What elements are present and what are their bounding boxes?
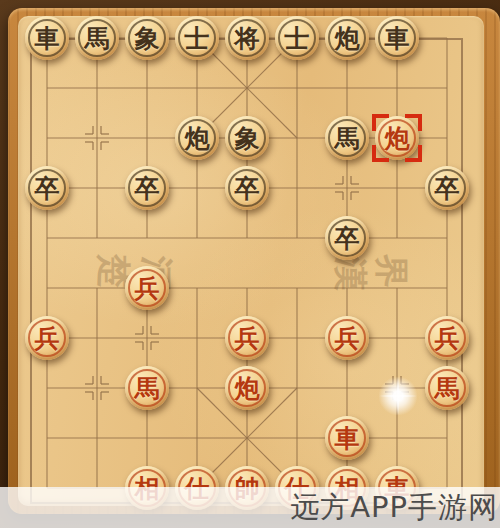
piece-ring	[228, 169, 266, 207]
piece-ring	[228, 119, 266, 157]
piece-black-soldier[interactable]: 卒	[425, 166, 469, 210]
piece-glyph: 卒	[235, 176, 260, 201]
piece-black-horse[interactable]: 馬	[325, 116, 369, 160]
piece-black-advisor[interactable]: 士	[175, 16, 219, 60]
piece-ring	[128, 19, 166, 57]
piece-glyph: 卒	[35, 176, 60, 201]
piece-ring	[278, 19, 316, 57]
piece-ring	[328, 219, 366, 257]
piece-ring	[228, 19, 266, 57]
piece-red-soldier[interactable]: 兵	[25, 316, 69, 360]
piece-glyph: 象	[135, 26, 160, 51]
piece-ring	[328, 119, 366, 157]
watermark-text: 远方APP手游网	[0, 487, 500, 528]
piece-glyph: 馬	[85, 26, 110, 51]
piece-red-soldier[interactable]: 兵	[125, 266, 169, 310]
piece-ring	[28, 19, 66, 57]
piece-ring	[128, 269, 166, 307]
piece-glyph: 兵	[35, 326, 60, 351]
piece-glyph: 士	[185, 26, 210, 51]
piece-glyph: 兵	[335, 326, 360, 351]
watermark-bar: 远方APP手游网	[0, 487, 500, 528]
piece-red-soldier[interactable]: 兵	[425, 316, 469, 360]
piece-glyph: 炮	[235, 376, 260, 401]
piece-glyph: 炮	[185, 126, 210, 151]
xiangqi-board[interactable]	[18, 16, 484, 506]
piece-red-cannon[interactable]: 炮	[225, 366, 269, 410]
piece-ring	[328, 419, 366, 457]
piece-black-cannon[interactable]: 炮	[175, 116, 219, 160]
piece-ring	[228, 369, 266, 407]
piece-ring	[428, 169, 466, 207]
piece-glyph: 兵	[435, 326, 460, 351]
piece-ring	[328, 319, 366, 357]
piece-black-chariot[interactable]: 車	[375, 16, 419, 60]
piece-glyph: 士	[285, 26, 310, 51]
piece-ring	[28, 169, 66, 207]
piece-glyph: 馬	[435, 376, 460, 401]
piece-glyph: 将	[235, 26, 260, 51]
piece-ring	[178, 119, 216, 157]
piece-black-soldier[interactable]: 卒	[25, 166, 69, 210]
piece-glyph: 馬	[135, 376, 160, 401]
xiangqi-game-screen: 楚河漢界 車馬象士将士炮車炮象馬炮卒卒卒卒卒兵兵兵兵兵馬炮馬車相仕帥仕相車 远方…	[0, 0, 500, 528]
piece-black-elephant[interactable]: 象	[125, 16, 169, 60]
piece-glyph: 兵	[235, 326, 260, 351]
piece-black-soldier[interactable]: 卒	[325, 216, 369, 260]
piece-glyph: 象	[235, 126, 260, 151]
piece-red-horse[interactable]: 馬	[425, 366, 469, 410]
piece-black-horse[interactable]: 馬	[75, 16, 119, 60]
piece-ring	[128, 169, 166, 207]
piece-glyph: 兵	[135, 276, 160, 301]
piece-red-cannon[interactable]: 炮	[375, 116, 419, 160]
piece-black-cannon[interactable]: 炮	[325, 16, 369, 60]
piece-glyph: 卒	[335, 226, 360, 251]
piece-ring	[328, 19, 366, 57]
piece-black-chariot[interactable]: 車	[25, 16, 69, 60]
piece-ring	[378, 19, 416, 57]
piece-red-soldier[interactable]: 兵	[325, 316, 369, 360]
piece-ring	[378, 119, 416, 157]
piece-glyph: 馬	[335, 126, 360, 151]
piece-glyph: 卒	[435, 176, 460, 201]
piece-glyph: 車	[35, 26, 60, 51]
piece-glyph: 卒	[135, 176, 160, 201]
piece-black-advisor[interactable]: 士	[275, 16, 319, 60]
piece-ring	[428, 369, 466, 407]
piece-glyph: 車	[335, 426, 360, 451]
piece-ring	[128, 369, 166, 407]
piece-glyph: 車	[385, 26, 410, 51]
piece-ring	[428, 319, 466, 357]
piece-red-horse[interactable]: 馬	[125, 366, 169, 410]
piece-glyph: 炮	[385, 126, 410, 151]
piece-ring	[78, 19, 116, 57]
piece-black-soldier[interactable]: 卒	[225, 166, 269, 210]
piece-glyph: 炮	[335, 26, 360, 51]
piece-black-elephant[interactable]: 象	[225, 116, 269, 160]
piece-red-soldier[interactable]: 兵	[225, 316, 269, 360]
piece-red-chariot[interactable]: 車	[325, 416, 369, 460]
piece-ring	[228, 319, 266, 357]
piece-black-general[interactable]: 将	[225, 16, 269, 60]
piece-ring	[178, 19, 216, 57]
piece-black-soldier[interactable]: 卒	[125, 166, 169, 210]
piece-ring	[28, 319, 66, 357]
